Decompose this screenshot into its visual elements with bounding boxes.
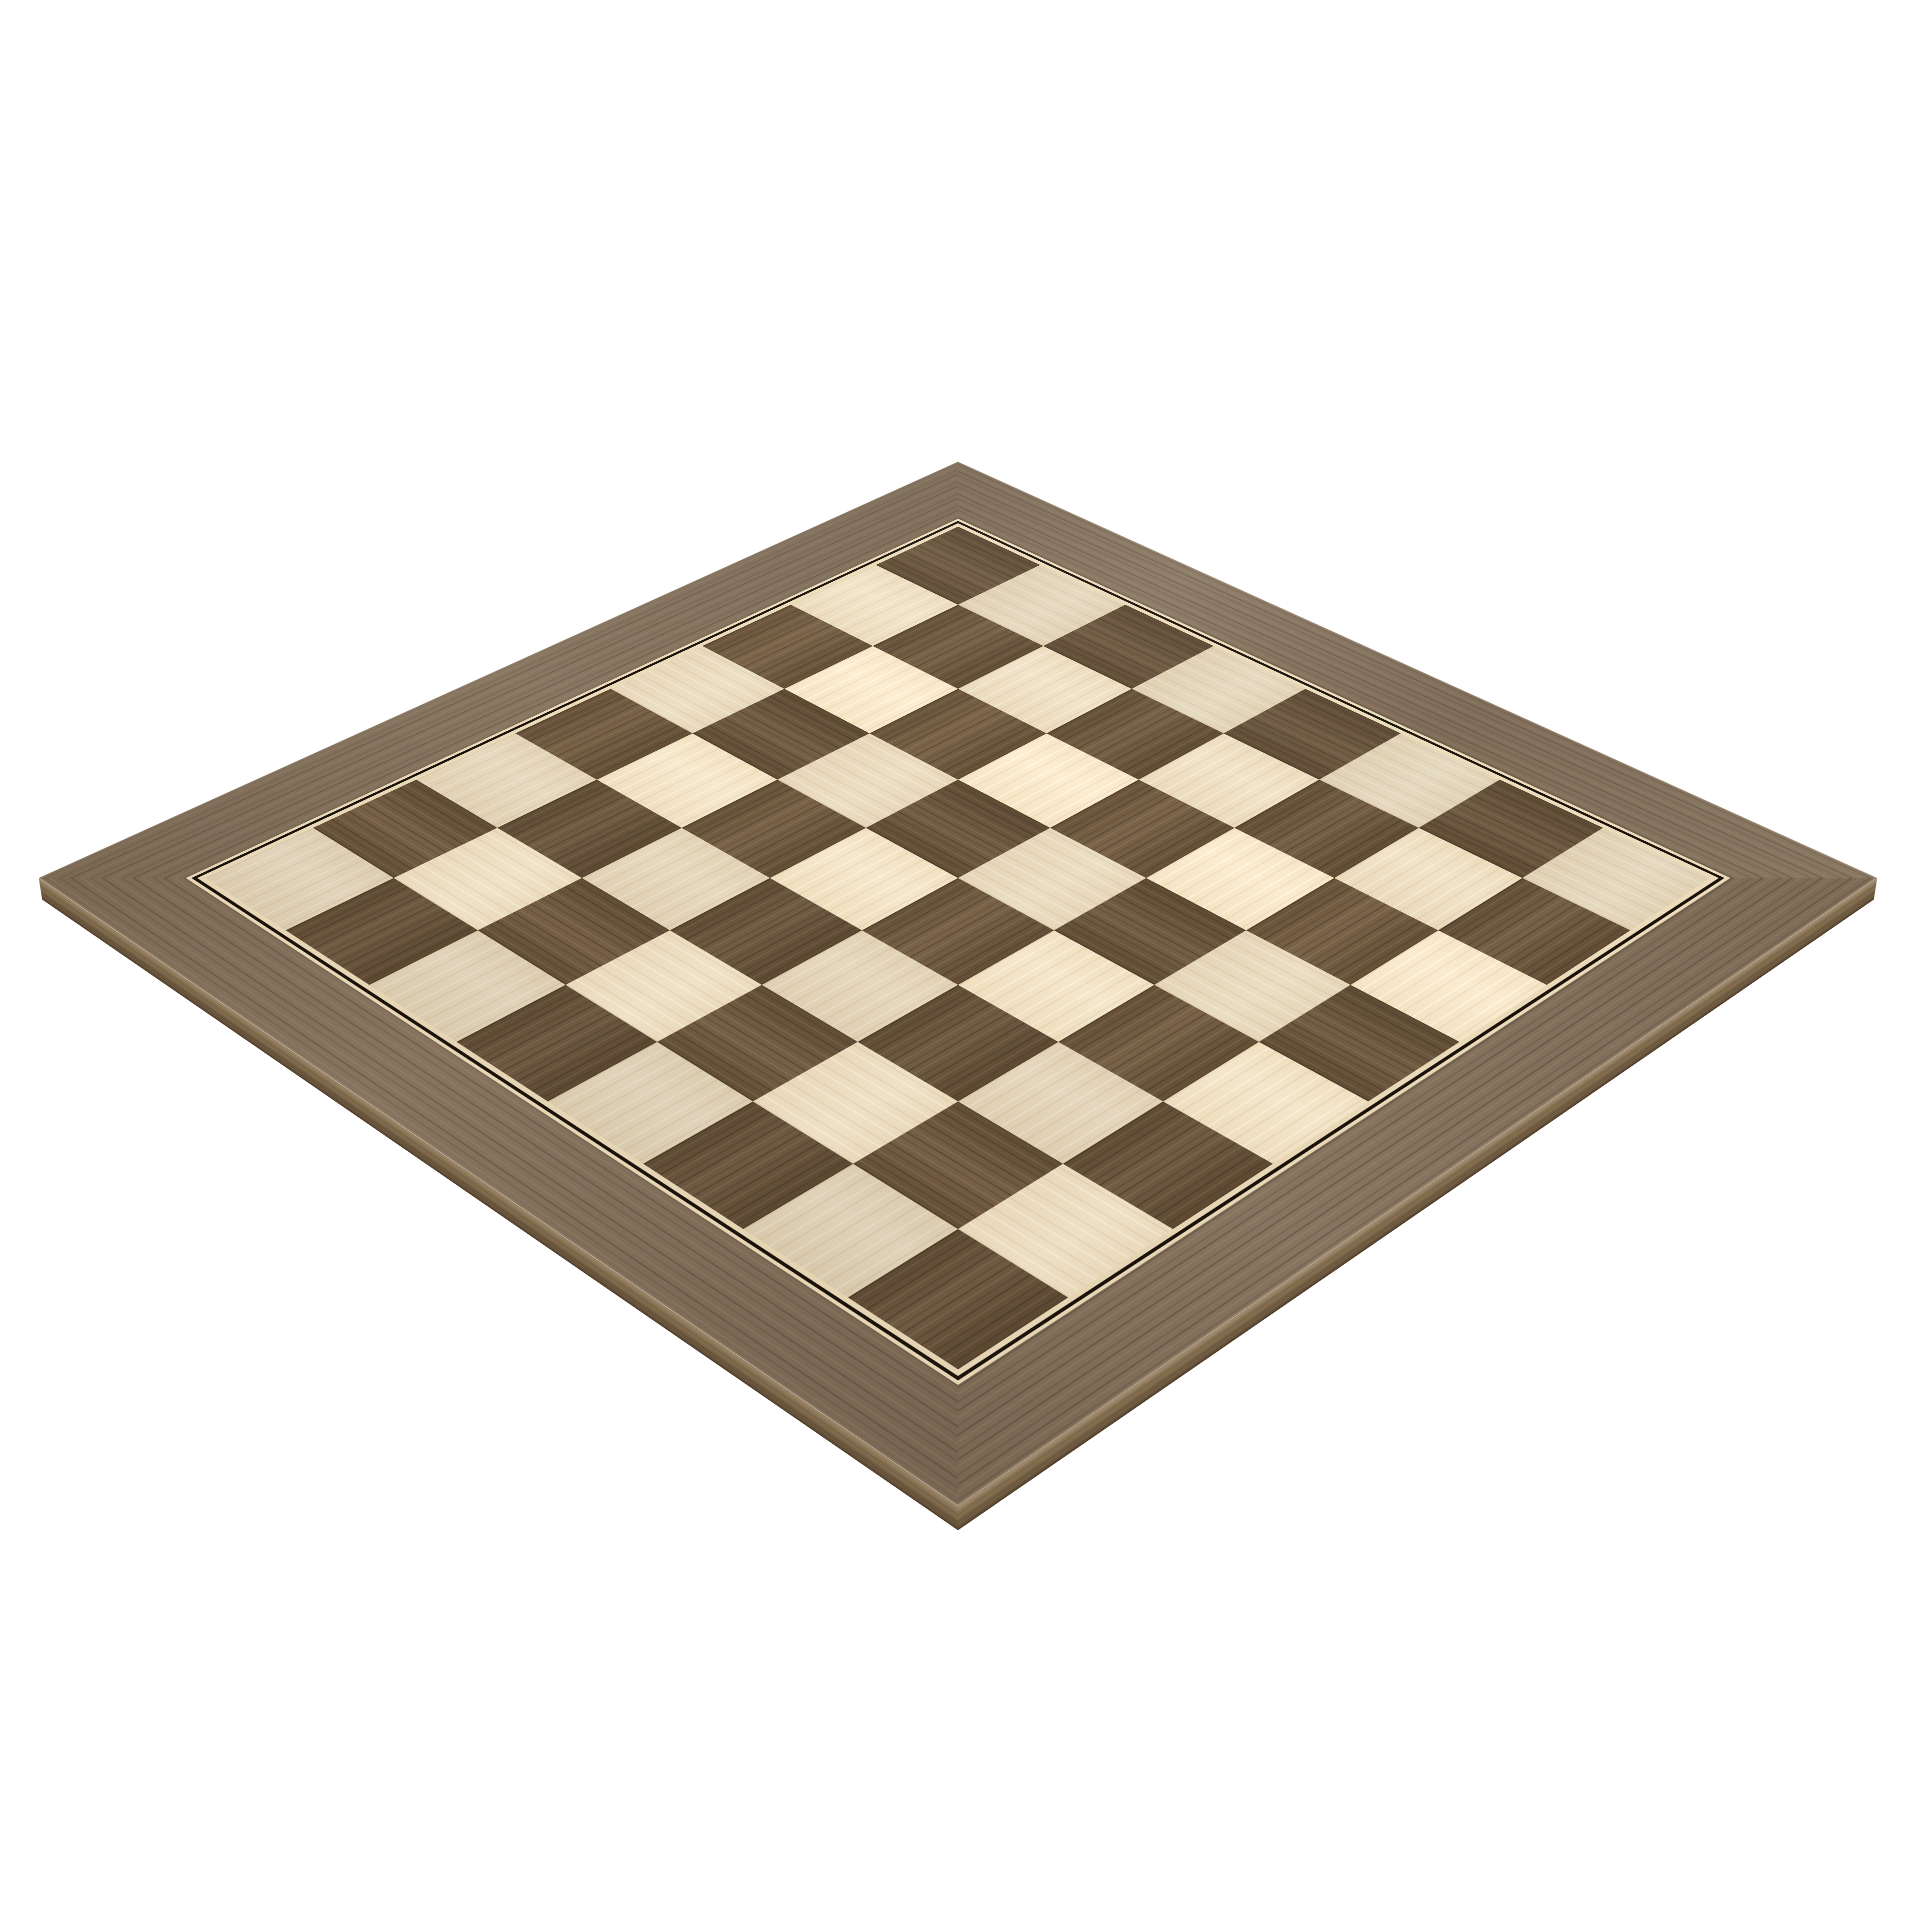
board-square-g3[interactable] [1246,878,1438,985]
board-square-g6[interactable] [958,1042,1163,1164]
inlay-maple-inner-line [197,523,1719,1376]
photo-white-background [0,0,1920,1920]
playing-field [206,527,1711,1370]
board-square-f5[interactable] [958,930,1154,1042]
inlay-maple-outer-line [186,519,1730,1385]
board-square-g5[interactable] [1058,985,1259,1102]
board-square-e7[interactable] [657,985,858,1102]
board-square-g4[interactable] [1154,930,1350,1042]
board-square-e8[interactable] [548,1042,753,1164]
board-scene [0,0,1920,1920]
board-square-h8[interactable] [848,1229,1068,1369]
board-square-b8[interactable] [286,878,478,985]
board-square-h4[interactable] [1259,985,1460,1102]
board-square-f6[interactable] [858,985,1059,1102]
board-square-d8[interactable] [457,985,658,1102]
board-square-h3[interactable] [1350,930,1546,1042]
board-top-face [39,462,1877,1506]
board-square-c8[interactable] [369,930,565,1042]
board-square-f8[interactable] [643,1101,853,1229]
board-square-h2[interactable] [1438,878,1630,985]
board-square-h6[interactable] [1063,1101,1273,1229]
board-square-d6[interactable] [670,878,862,985]
board-square-f4[interactable] [1054,878,1246,985]
board-square-g8[interactable] [743,1164,958,1298]
board-square-d7[interactable] [566,930,762,1042]
board-square-h5[interactable] [1163,1042,1368,1164]
board-square-e6[interactable] [762,930,958,1042]
board-square-c7[interactable] [478,878,670,985]
board-square-f7[interactable] [753,1042,958,1164]
board-square-e5[interactable] [862,878,1054,985]
board-square-g7[interactable] [853,1101,1063,1229]
inlay-black-line [191,521,1724,1381]
board-square-h7[interactable] [958,1164,1173,1298]
chess-board [39,462,1877,1506]
